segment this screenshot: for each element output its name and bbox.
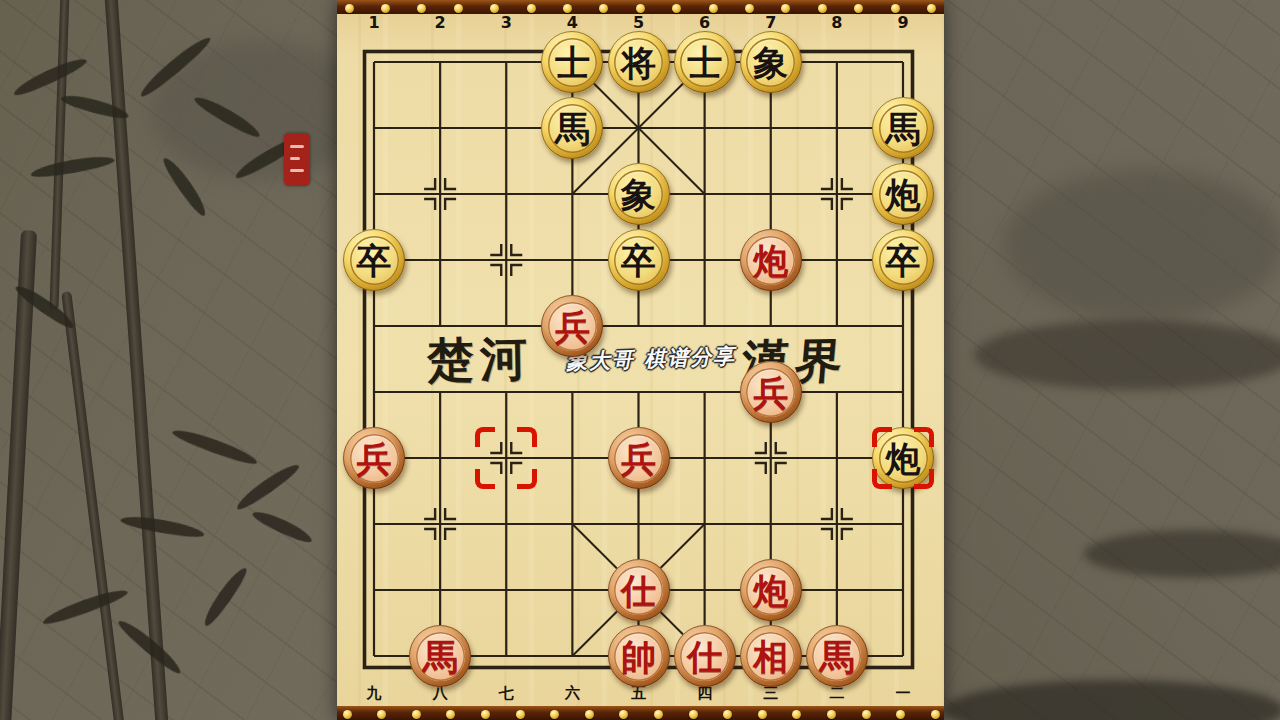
piece-red-horse[interactable]: 馬 bbox=[806, 625, 868, 687]
piece-red-cannon[interactable]: 炮 bbox=[740, 229, 802, 291]
piece-black-horse[interactable]: 馬 bbox=[541, 97, 603, 159]
piece-face: 馬 bbox=[416, 632, 465, 681]
piece-face: 兵 bbox=[548, 302, 597, 351]
piece-red-elephant[interactable]: 相 bbox=[740, 625, 802, 687]
red-seal-stamp bbox=[284, 133, 310, 186]
piece-face: 仕 bbox=[680, 632, 729, 681]
piece-glyph: 兵 bbox=[753, 375, 788, 410]
piece-face: 炮 bbox=[879, 434, 928, 483]
piece-face: 卒 bbox=[614, 236, 663, 285]
piece-glyph: 象 bbox=[753, 45, 788, 80]
piece-glyph: 象 bbox=[621, 177, 656, 212]
piece-face: 兵 bbox=[746, 368, 795, 417]
piece-face: 馬 bbox=[812, 632, 861, 681]
piece-glyph: 炮 bbox=[753, 573, 788, 608]
piece-red-horse[interactable]: 馬 bbox=[409, 625, 471, 687]
piece-glyph: 兵 bbox=[555, 309, 590, 344]
piece-black-horse[interactable]: 馬 bbox=[872, 97, 934, 159]
piece-glyph: 卒 bbox=[357, 243, 392, 278]
piece-black-advisor[interactable]: 士 bbox=[674, 31, 736, 93]
piece-face: 卒 bbox=[350, 236, 399, 285]
piece-black-advisor[interactable]: 士 bbox=[541, 31, 603, 93]
piece-face: 炮 bbox=[746, 236, 795, 285]
xiangqi-app: 123456789 九八七六五四三二一 楚河 漢界 象大哥 棋谱分享 士将士象馬… bbox=[0, 0, 1280, 720]
piece-glyph: 馬 bbox=[819, 639, 854, 674]
piece-face: 仕 bbox=[614, 566, 663, 615]
piece-black-king[interactable]: 将 bbox=[608, 31, 670, 93]
piece-glyph: 炮 bbox=[886, 441, 921, 476]
piece-red-advisor[interactable]: 仕 bbox=[608, 559, 670, 621]
piece-glyph: 兵 bbox=[357, 441, 392, 476]
piece-red-advisor[interactable]: 仕 bbox=[674, 625, 736, 687]
piece-face: 炮 bbox=[879, 170, 928, 219]
piece-face: 馬 bbox=[548, 104, 597, 153]
piece-face: 卒 bbox=[879, 236, 928, 285]
piece-black-cannon[interactable]: 炮 bbox=[872, 427, 934, 489]
piece-glyph: 馬 bbox=[423, 639, 458, 674]
piece-face: 帥 bbox=[614, 632, 663, 681]
piece-black-elephant[interactable]: 象 bbox=[740, 31, 802, 93]
piece-face: 馬 bbox=[879, 104, 928, 153]
piece-glyph: 卒 bbox=[886, 243, 921, 278]
piece-glyph: 相 bbox=[753, 639, 788, 674]
piece-face: 兵 bbox=[614, 434, 663, 483]
piece-glyph: 士 bbox=[555, 45, 590, 80]
piece-glyph: 炮 bbox=[886, 177, 921, 212]
piece-red-soldier[interactable]: 兵 bbox=[343, 427, 405, 489]
piece-glyph: 将 bbox=[621, 45, 656, 80]
river-label-left: 楚河 bbox=[426, 328, 533, 393]
piece-glyph: 兵 bbox=[621, 441, 656, 476]
piece-black-soldier[interactable]: 卒 bbox=[343, 229, 405, 291]
piece-face: 将 bbox=[614, 38, 663, 87]
piece-face: 炮 bbox=[746, 566, 795, 615]
piece-black-cannon[interactable]: 炮 bbox=[872, 163, 934, 225]
piece-face: 士 bbox=[548, 38, 597, 87]
piece-black-soldier[interactable]: 卒 bbox=[608, 229, 670, 291]
piece-glyph: 炮 bbox=[753, 243, 788, 278]
piece-glyph: 仕 bbox=[621, 573, 656, 608]
piece-glyph: 馬 bbox=[555, 111, 590, 146]
piece-glyph: 馬 bbox=[886, 111, 921, 146]
background-right-ink-painting bbox=[944, 0, 1280, 720]
mountain-wash bbox=[1004, 170, 1280, 320]
background-left-ink-painting bbox=[0, 0, 337, 720]
piece-glyph: 帥 bbox=[621, 639, 656, 674]
board-panel: 123456789 九八七六五四三二一 楚河 漢界 象大哥 棋谱分享 士将士象馬… bbox=[337, 0, 944, 720]
piece-red-soldier[interactable]: 兵 bbox=[608, 427, 670, 489]
piece-red-soldier[interactable]: 兵 bbox=[541, 295, 603, 357]
piece-glyph: 卒 bbox=[621, 243, 656, 278]
piece-glyph: 士 bbox=[687, 45, 722, 80]
piece-face: 兵 bbox=[350, 434, 399, 483]
piece-glyph: 仕 bbox=[687, 639, 722, 674]
piece-face: 象 bbox=[746, 38, 795, 87]
piece-face: 相 bbox=[746, 632, 795, 681]
piece-red-soldier[interactable]: 兵 bbox=[740, 361, 802, 423]
piece-face: 象 bbox=[614, 170, 663, 219]
piece-red-cannon[interactable]: 炮 bbox=[740, 559, 802, 621]
piece-black-elephant[interactable]: 象 bbox=[608, 163, 670, 225]
treeline-wash bbox=[974, 320, 1280, 390]
piece-black-soldier[interactable]: 卒 bbox=[872, 229, 934, 291]
piece-red-king[interactable]: 帥 bbox=[608, 625, 670, 687]
piece-face: 士 bbox=[680, 38, 729, 87]
